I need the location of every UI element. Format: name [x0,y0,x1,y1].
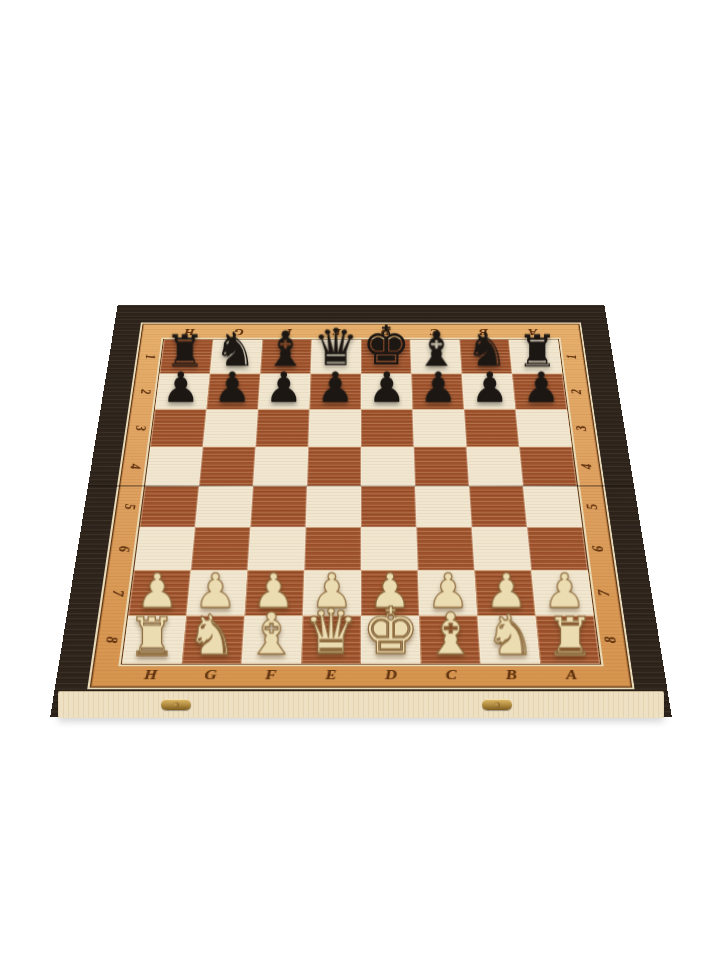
square-g5 [195,486,253,527]
piece-white-knight: ♞ [182,607,242,662]
product-photo-scene: HGFEDCBA HGFEDCBA 12345678 12345678 ♜♞♝♛… [0,0,722,963]
square-d5 [361,486,416,527]
piece-white-rook: ♜ [122,610,182,663]
square-b5 [469,486,527,527]
brass-clasp-right [482,699,512,710]
square-c8: ♝ [419,616,480,664]
piece-white-rook: ♜ [540,610,600,663]
piece-white-king: ♚ [361,599,421,663]
square-d8: ♚ [361,616,421,664]
brass-clasp-left [161,699,191,710]
square-f5 [250,486,307,527]
square-e5 [306,486,361,527]
square-h8: ♜ [122,616,186,664]
piece-white-knight: ♞ [480,607,540,662]
piece-white-bishop: ♝ [421,605,481,663]
square-e8: ♛ [301,616,361,664]
square-a8: ♜ [536,616,600,664]
square-c5 [415,486,472,527]
piece-white-bishop: ♝ [242,605,302,663]
square-h5 [140,486,199,527]
square-g8: ♞ [182,616,245,664]
piece-white-queen: ♛ [301,602,361,663]
box-side-panel [58,691,664,718]
chess-board: HGFEDCBA HGFEDCBA 12345678 12345678 ♜♞♝♛… [50,305,672,717]
square-f8: ♝ [241,616,302,664]
square-a5 [523,486,582,527]
square-b8: ♞ [477,616,540,664]
